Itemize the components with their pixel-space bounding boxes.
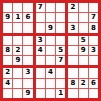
cell-r6c5[interactable] <box>46 56 55 65</box>
cell-r3c3[interactable] <box>23 23 32 32</box>
cell-r2c1[interactable]: 9 <box>3 13 12 22</box>
cell-r7c8[interactable] <box>79 68 88 77</box>
cell-r1c2[interactable] <box>13 3 22 12</box>
cell-r1c8[interactable] <box>79 3 88 12</box>
cell-r4c8[interactable]: 5 <box>79 36 88 45</box>
cell-r1c7[interactable]: 2 <box>68 3 77 12</box>
cell-r8c4[interactable] <box>36 79 45 88</box>
cell-r3c2[interactable] <box>13 23 22 32</box>
box-0-2: 2738 <box>68 3 98 33</box>
cell-r7c3[interactable]: 3 <box>23 68 32 77</box>
cell-r5c5[interactable] <box>46 46 55 55</box>
cell-r9c2[interactable] <box>13 89 22 98</box>
cell-r8c6[interactable] <box>56 79 65 88</box>
cell-r8c7[interactable]: 8 <box>68 79 77 88</box>
cell-r1c9[interactable] <box>89 3 98 12</box>
box-2-1: 41 <box>36 68 66 98</box>
cell-r5c4[interactable]: 4 <box>36 46 45 55</box>
cell-r6c6[interactable]: 7 <box>56 56 65 65</box>
cell-r1c5[interactable] <box>46 3 55 12</box>
box-1-1: 3457 <box>36 36 66 66</box>
cell-r4c4[interactable]: 3 <box>36 36 45 45</box>
sudoku-board: 9167927388293457593234941826 <box>0 0 101 101</box>
cell-r9c9[interactable] <box>89 89 98 98</box>
cell-r2c5[interactable] <box>46 13 55 22</box>
cell-r8c1[interactable]: 4 <box>3 79 12 88</box>
cell-r4c6[interactable] <box>56 36 65 45</box>
cell-r6c8[interactable] <box>79 56 88 65</box>
cell-r2c6[interactable] <box>56 13 65 22</box>
cell-r8c2[interactable] <box>13 79 22 88</box>
cell-r8c8[interactable]: 2 <box>79 79 88 88</box>
cell-r4c7[interactable] <box>68 36 77 45</box>
cell-r2c9[interactable]: 7 <box>89 13 98 22</box>
cell-r8c5[interactable] <box>46 79 55 88</box>
cell-r3c7[interactable]: 3 <box>68 23 77 32</box>
cell-r3c4[interactable] <box>36 23 45 32</box>
cell-r2c2[interactable]: 1 <box>13 13 22 22</box>
cell-r5c6[interactable]: 5 <box>56 46 65 55</box>
box-2-0: 2349 <box>3 68 33 98</box>
cell-r9c4[interactable] <box>36 89 45 98</box>
cell-r9c7[interactable] <box>68 89 77 98</box>
box-2-2: 826 <box>68 68 98 98</box>
cell-r3c5[interactable]: 9 <box>46 23 55 32</box>
cell-r7c7[interactable] <box>68 68 77 77</box>
cell-r1c3[interactable] <box>23 3 32 12</box>
cell-r1c4[interactable]: 7 <box>36 3 45 12</box>
box-0-1: 79 <box>36 3 66 33</box>
box-0-0: 916 <box>3 3 33 33</box>
cell-r3c9[interactable]: 8 <box>89 23 98 32</box>
cell-r6c9[interactable] <box>89 56 98 65</box>
cell-r4c3[interactable] <box>23 36 32 45</box>
cell-r6c7[interactable] <box>68 56 77 65</box>
cell-r9c3[interactable]: 9 <box>23 89 32 98</box>
cell-r7c1[interactable]: 2 <box>3 68 12 77</box>
cell-r8c3[interactable] <box>23 79 32 88</box>
cell-r5c1[interactable]: 8 <box>3 46 12 55</box>
box-1-0: 829 <box>3 36 33 66</box>
cell-r1c1[interactable] <box>3 3 12 12</box>
cell-r7c4[interactable] <box>36 68 45 77</box>
cell-r5c7[interactable] <box>68 46 77 55</box>
cell-r4c1[interactable] <box>3 36 12 45</box>
cell-r6c1[interactable] <box>3 56 12 65</box>
cell-r5c3[interactable] <box>23 46 32 55</box>
cell-r7c9[interactable] <box>89 68 98 77</box>
cell-r8c9[interactable]: 6 <box>89 79 98 88</box>
cell-r9c1[interactable] <box>3 89 12 98</box>
cell-r2c4[interactable] <box>36 13 45 22</box>
cell-r6c3[interactable] <box>23 56 32 65</box>
cell-r3c6[interactable] <box>56 23 65 32</box>
cell-r9c5[interactable] <box>46 89 55 98</box>
cell-r7c5[interactable]: 4 <box>46 68 55 77</box>
cell-r5c2[interactable]: 2 <box>13 46 22 55</box>
cell-r7c6[interactable] <box>56 68 65 77</box>
cell-r5c8[interactable]: 9 <box>79 46 88 55</box>
cell-r4c5[interactable] <box>46 36 55 45</box>
cell-r9c8[interactable] <box>79 89 88 98</box>
box-1-2: 593 <box>68 36 98 66</box>
cell-r6c4[interactable] <box>36 56 45 65</box>
cell-r2c8[interactable] <box>79 13 88 22</box>
cell-r1c6[interactable] <box>56 3 65 12</box>
cell-r5c9[interactable]: 3 <box>89 46 98 55</box>
cell-r2c7[interactable] <box>68 13 77 22</box>
cell-r3c8[interactable] <box>79 23 88 32</box>
cell-r9c6[interactable]: 1 <box>56 89 65 98</box>
cell-r4c2[interactable] <box>13 36 22 45</box>
cell-r7c2[interactable] <box>13 68 22 77</box>
cell-r6c2[interactable]: 9 <box>13 56 22 65</box>
cell-r3c1[interactable] <box>3 23 12 32</box>
cell-r4c9[interactable] <box>89 36 98 45</box>
cell-r2c3[interactable]: 6 <box>23 13 32 22</box>
